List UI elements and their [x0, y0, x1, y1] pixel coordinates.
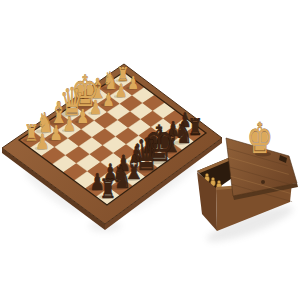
piece-white-pawn-c2: ♟	[63, 113, 76, 136]
box-spare-pawn-head	[211, 177, 214, 180]
piece-white-pawn-a2: ♟	[36, 130, 49, 154]
piece-white-pawn-h2: ♟	[128, 73, 139, 94]
product-photo: ♜♟♞♟♝♟♚♟♛♟♝♟♟♞♜♟♟♜♞♟♟♝♟♚♟♛♟♝♟♞♟♜♚	[0, 0, 300, 300]
box-spare-pawn-head	[217, 180, 220, 183]
box-lid-knot	[261, 180, 265, 184]
piece-black-rook-a8: ♜	[100, 174, 117, 204]
display-piece-white-king: ♚	[247, 114, 273, 164]
box-spare-pawn-head	[205, 173, 208, 176]
piece-white-pawn-d2: ♟	[76, 104, 89, 127]
piece-white-pawn-f2: ♟	[102, 88, 114, 110]
piece-white-pawn-e2: ♟	[90, 97, 102, 119]
chess-scene-svg: ♜♟♞♟♝♟♚♟♛♟♝♟♟♞♜♟♟♜♞♟♟♝♟♚♟♛♟♝♟♞♟♜♚	[0, 0, 300, 300]
piece-white-pawn-b2: ♟	[49, 121, 62, 145]
piece-white-pawn-g2: ♟	[115, 80, 127, 102]
